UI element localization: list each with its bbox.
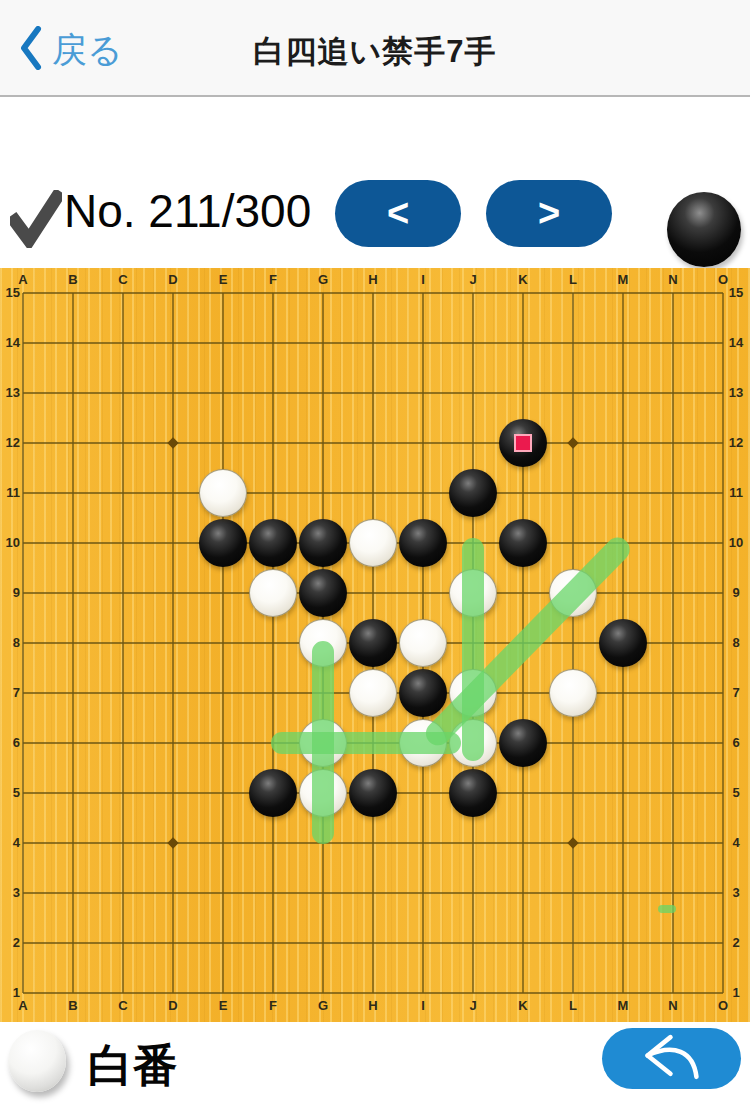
board-row-label: 7	[724, 685, 748, 700]
stone-white	[349, 669, 397, 717]
board-col-label: G	[313, 272, 333, 287]
highlight-stray-dash-N3	[658, 905, 676, 913]
board-col-label: N	[663, 272, 683, 287]
board-row-label: 9	[724, 585, 748, 600]
undo-button[interactable]	[602, 1028, 741, 1089]
stone-black	[349, 769, 397, 817]
stone-black	[399, 669, 447, 717]
board-row-label: 11	[724, 485, 748, 500]
board-col-label: L	[563, 272, 583, 287]
turn-label: 白番	[88, 1036, 178, 1096]
board-col-label: N	[663, 998, 683, 1013]
navigation-bar: 戻る 白四追い禁手7手	[0, 0, 750, 97]
board-row-label: 2	[0, 935, 20, 950]
black-stone-indicator	[667, 192, 741, 267]
stone-black	[199, 519, 247, 567]
stone-black	[249, 769, 297, 817]
board-row-label: 6	[0, 735, 20, 750]
stone-white	[399, 619, 447, 667]
board-row-label: 15	[724, 285, 748, 300]
board-col-label: J	[463, 272, 483, 287]
board-row-label: 12	[0, 435, 20, 450]
board-col-label: K	[513, 998, 533, 1013]
stone-white	[549, 669, 597, 717]
board-row-label: 13	[724, 385, 748, 400]
board-col-label: I	[413, 272, 433, 287]
stone-black	[499, 719, 547, 767]
board-row-label: 11	[0, 485, 20, 500]
board-row-label: 3	[724, 885, 748, 900]
board-row-label: 9	[0, 585, 20, 600]
board-col-label: E	[213, 272, 233, 287]
board-col-label: J	[463, 998, 483, 1013]
board-row-label: 13	[0, 385, 20, 400]
footer-bar: 白番	[0, 1022, 750, 1105]
board-row-label: 4	[0, 835, 20, 850]
prev-puzzle-button[interactable]: <	[335, 180, 461, 247]
white-stone-turn-icon	[8, 1030, 66, 1092]
page-title: 白四追い禁手7手	[0, 31, 750, 73]
board-col-label: L	[563, 998, 583, 1013]
board-row-label: 5	[724, 785, 748, 800]
board-col-label: G	[313, 998, 333, 1013]
stone-black	[299, 569, 347, 617]
board-col-label: E	[213, 998, 233, 1013]
board-row-label: 10	[724, 535, 748, 550]
stone-white	[249, 569, 297, 617]
board-row-label: 12	[724, 435, 748, 450]
board-col-label: H	[363, 272, 383, 287]
stone-black	[299, 519, 347, 567]
board-row-label: 14	[724, 335, 748, 350]
board-col-label: A	[13, 998, 33, 1013]
stone-black	[599, 619, 647, 667]
stone-black	[399, 519, 447, 567]
board-row-label: 3	[0, 885, 20, 900]
stone-black	[449, 469, 497, 517]
highlight-vertical-line-J10-J6	[462, 538, 484, 761]
board-row-label: 1	[0, 985, 20, 1000]
board-row-label: 8	[724, 635, 748, 650]
next-puzzle-button[interactable]: >	[486, 180, 612, 247]
board-col-label: C	[113, 272, 133, 287]
board-col-label: D	[163, 272, 183, 287]
board-row-label: 15	[0, 285, 20, 300]
puzzle-counter: No. 211/300	[64, 184, 311, 238]
board-col-label: I	[413, 998, 433, 1013]
board-col-label: B	[63, 272, 83, 287]
board-row-label: 4	[724, 835, 748, 850]
stone-black	[499, 519, 547, 567]
stone-black	[449, 769, 497, 817]
board-row-label: 7	[0, 685, 20, 700]
stone-black	[349, 619, 397, 667]
board-row-label: 2	[724, 935, 748, 950]
board-row-label: 6	[724, 735, 748, 750]
game-board[interactable]: AABBCCDDEEFFGGHHIIJJKKLLMMNNOO1515141413…	[0, 268, 750, 1022]
board-col-label: O	[713, 998, 733, 1013]
board-row-label: 14	[0, 335, 20, 350]
stone-black	[249, 519, 297, 567]
undo-arrow-icon	[633, 1028, 711, 1090]
board-row-label: 10	[0, 535, 20, 550]
board-col-label: C	[113, 998, 133, 1013]
board-col-label: H	[363, 998, 383, 1013]
app-screen: 戻る 白四追い禁手7手 No. 211/300 < > AABBCCDDEEFF…	[0, 0, 750, 1105]
last-move-marker	[514, 434, 532, 452]
board-row-label: 8	[0, 635, 20, 650]
board-col-label: K	[513, 272, 533, 287]
board-col-label: F	[263, 272, 283, 287]
stone-white	[349, 519, 397, 567]
board-col-label: M	[613, 272, 633, 287]
board-col-label: F	[263, 998, 283, 1013]
board-col-label: D	[163, 998, 183, 1013]
board-col-label: B	[63, 998, 83, 1013]
board-row-label: 1	[724, 985, 748, 1000]
stone-white	[199, 469, 247, 517]
board-col-label: M	[613, 998, 633, 1013]
board-row-label: 5	[0, 785, 20, 800]
solved-checkmark-icon	[10, 190, 62, 252]
